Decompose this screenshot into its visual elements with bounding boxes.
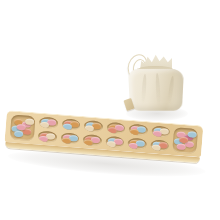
counter-cream: [106, 141, 115, 148]
counter-coral: [107, 127, 116, 134]
counter-cream: [40, 121, 49, 128]
counter-amber: [84, 139, 93, 146]
counter-pink: [152, 130, 161, 137]
product-photo-stage: [0, 0, 220, 220]
counter-amber: [61, 137, 70, 144]
counter-blue: [187, 131, 196, 138]
pit-north-2[interactable]: [61, 118, 80, 130]
counter-amber: [130, 129, 139, 136]
pit-north-5[interactable]: [128, 124, 147, 136]
pit-south-5[interactable]: [127, 138, 146, 150]
counter-pink: [128, 142, 137, 149]
pit-south-1[interactable]: [38, 131, 57, 143]
counter-blue: [62, 123, 71, 130]
mancala-board: [4, 110, 203, 163]
pit-north-4[interactable]: [106, 122, 125, 134]
pit-south-4[interactable]: [105, 136, 124, 148]
store-east[interactable]: [172, 127, 198, 154]
pit-north-3[interactable]: [84, 120, 103, 132]
pit-north-1[interactable]: [39, 117, 58, 129]
pit-south-3[interactable]: [82, 134, 101, 146]
drawstring-bag: [124, 50, 188, 118]
store-west[interactable]: [10, 114, 36, 141]
counter-cream: [85, 125, 94, 132]
pit-north-6[interactable]: [151, 125, 170, 137]
counter-cream: [25, 118, 34, 125]
pit-south-2[interactable]: [60, 132, 79, 144]
counter-pink: [39, 135, 48, 142]
pit-south-6[interactable]: [150, 139, 169, 151]
counter-cream: [151, 144, 160, 151]
